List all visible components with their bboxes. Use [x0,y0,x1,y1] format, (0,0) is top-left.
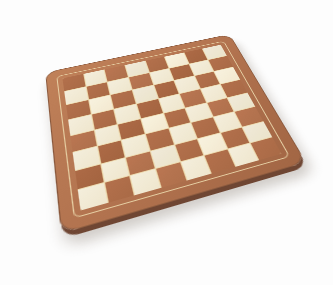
chessboard [56,6,268,218]
board-grid [62,45,281,211]
photo-background [0,0,333,285]
board-frame [45,34,306,234]
